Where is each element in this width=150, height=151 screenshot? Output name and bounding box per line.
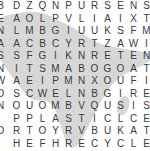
grid-cell[interactable]: O xyxy=(36,125,49,138)
grid-cell[interactable]: U xyxy=(75,0,88,13)
grid-cell[interactable]: F xyxy=(127,75,140,88)
grid-cell[interactable]: T xyxy=(88,38,101,51)
grid-cell[interactable]: A xyxy=(62,63,75,76)
grid-cell[interactable]: R xyxy=(127,88,140,101)
grid-cell[interactable]: P xyxy=(62,0,75,13)
grid-cell-clipped[interactable]: N xyxy=(0,25,7,38)
grid-cell[interactable]: A xyxy=(10,38,23,51)
grid-cell[interactable]: M xyxy=(49,100,62,113)
grid-cell[interactable]: I xyxy=(88,113,101,126)
grid-cell[interactable]: U xyxy=(88,25,101,38)
grid-cell[interactable]: I xyxy=(88,13,101,26)
grid-cell[interactable]: K xyxy=(101,25,114,38)
grid-cell[interactable]: B xyxy=(75,63,88,76)
grid-cell[interactable]: O xyxy=(23,13,36,26)
grid-cell[interactable]: V xyxy=(75,125,88,138)
grid-cell[interactable]: B xyxy=(88,125,101,138)
grid-cell[interactable]: X xyxy=(88,75,101,88)
grid-cell[interactable]: W xyxy=(127,38,140,51)
grid-cell[interactable]: B xyxy=(36,25,49,38)
grid-cell[interactable]: E xyxy=(101,50,114,63)
grid-cell[interactable]: E xyxy=(49,88,62,101)
grid-cell[interactable]: S xyxy=(62,113,75,126)
grid-cell[interactable]: C xyxy=(114,138,127,151)
grid-cell[interactable]: M xyxy=(23,25,36,38)
grid-cell[interactable]: A xyxy=(10,75,23,88)
grid-cell[interactable]: P xyxy=(10,113,23,126)
grid-cell[interactable]: S xyxy=(140,100,150,113)
grid-cell[interactable]: A xyxy=(49,113,62,126)
grid-cell[interactable]: I xyxy=(140,75,150,88)
grid-cell[interactable]: B xyxy=(36,38,49,51)
grid-cell[interactable]: S xyxy=(114,100,127,113)
grid-cell[interactable]: A xyxy=(127,63,140,76)
grid-cell[interactable]: H xyxy=(10,138,23,151)
grid-cell[interactable]: C xyxy=(23,38,36,51)
grid-cell[interactable]: U xyxy=(75,25,88,38)
grid-cell[interactable]: R xyxy=(10,125,23,138)
grid-cell[interactable]: Y xyxy=(62,38,75,51)
grid-cell[interactable]: C xyxy=(101,113,114,126)
grid-cell-clipped[interactable]: N xyxy=(0,63,7,76)
grid-cell[interactable]: G xyxy=(101,63,114,76)
grid-cell[interactable]: E xyxy=(140,88,150,101)
grid-cell[interactable]: G xyxy=(101,88,114,101)
grid-cell-clipped[interactable]: B xyxy=(0,0,7,13)
grid-cell[interactable]: Y xyxy=(49,125,62,138)
grid-cell[interactable]: I xyxy=(36,75,49,88)
grid-cell[interactable]: K xyxy=(114,125,127,138)
grid-cell[interactable]: A xyxy=(10,13,23,26)
grid-cell[interactable]: L xyxy=(127,138,140,151)
grid-cell[interactable]: B xyxy=(62,100,75,113)
grid-cell[interactable]: I xyxy=(114,88,127,101)
grid-cell[interactable]: R xyxy=(62,138,75,151)
grid-cell[interactable]: S xyxy=(101,0,114,13)
grid-cell[interactable]: U xyxy=(101,100,114,113)
grid-cell[interactable]: E xyxy=(140,113,150,126)
grid-cell[interactable]: T xyxy=(140,63,150,76)
grid-cell[interactable]: G xyxy=(36,50,49,63)
grid-cell[interactable]: A xyxy=(114,38,127,51)
grid-cell[interactable]: H xyxy=(49,138,62,151)
grid-cell[interactable]: N xyxy=(75,75,88,88)
grid-cell[interactable]: S xyxy=(36,63,49,76)
grid-cell[interactable]: O xyxy=(101,75,114,88)
clipped-left-column: BENASNWONO xyxy=(0,0,7,150)
grid-cell[interactable]: L xyxy=(114,113,127,126)
grid-cell[interactable]: E xyxy=(140,138,150,151)
grid-cell-clipped[interactable]: W xyxy=(0,75,7,88)
grid-cell[interactable]: I xyxy=(140,38,150,51)
grid-cell[interactable]: R xyxy=(88,50,101,63)
grid-cell[interactable]: I xyxy=(10,63,23,76)
grid-cell-clipped[interactable]: N xyxy=(0,100,7,113)
grid-cell[interactable]: T xyxy=(114,50,127,63)
grid-cell[interactable]: Q xyxy=(36,0,49,13)
grid-cell[interactable]: L xyxy=(75,13,88,26)
grid-cell[interactable]: C xyxy=(23,88,36,101)
grid-cell[interactable]: L xyxy=(36,113,49,126)
grid-cell-clipped[interactable] xyxy=(0,113,7,126)
grid-cell[interactable]: R xyxy=(62,125,75,138)
grid-cell[interactable]: O xyxy=(114,63,127,76)
grid-cell[interactable]: S xyxy=(140,0,150,13)
grid-cell[interactable]: P xyxy=(49,75,62,88)
grid-cell[interactable]: O xyxy=(10,100,23,113)
grid-cell[interactable]: S xyxy=(114,25,127,38)
grid-cell[interactable]: T xyxy=(140,13,150,26)
grid-cell[interactable]: M xyxy=(140,25,150,38)
grid-cell[interactable]: I xyxy=(114,13,127,26)
grid-cell[interactable]: E xyxy=(75,138,88,151)
grid-cell[interactable]: N xyxy=(75,50,88,63)
grid-cell-clipped[interactable]: S xyxy=(0,50,7,63)
grid-cell[interactable]: P xyxy=(23,113,36,126)
grid-cell[interactable]: R xyxy=(75,38,88,51)
grid-cell[interactable]: I xyxy=(49,50,62,63)
grid-cell[interactable]: N xyxy=(49,0,62,13)
grid-cell[interactable]: F xyxy=(23,50,36,63)
grid-cell[interactable]: S xyxy=(10,88,23,101)
grid-cell[interactable]: W xyxy=(36,88,49,101)
grid-cell[interactable]: M xyxy=(62,75,75,88)
grid-cell[interactable]: T xyxy=(23,125,36,138)
grid-cell[interactable]: F xyxy=(36,138,49,151)
grid-cell[interactable]: T xyxy=(75,113,88,126)
grid-cell[interactable]: P xyxy=(49,13,62,26)
grid-cell[interactable]: C xyxy=(88,138,101,151)
grid-cell[interactable]: R xyxy=(88,0,101,13)
grid-cell[interactable]: L xyxy=(10,25,23,38)
grid-cell[interactable]: Y xyxy=(101,138,114,151)
grid-cell[interactable]: E xyxy=(127,50,140,63)
grid-cell[interactable]: N xyxy=(140,50,150,63)
grid-cell[interactable]: U xyxy=(101,125,114,138)
grid-cell[interactable]: X xyxy=(127,13,140,26)
grid-cell[interactable]: C xyxy=(127,113,140,126)
word-search-board: BENASNWONO DZQNPURSENSAOLPVLIAIXTLMBGIUU… xyxy=(0,0,150,150)
grid-cell[interactable]: I xyxy=(127,100,140,113)
grid-cell[interactable]: E xyxy=(23,75,36,88)
grid-cell[interactable]: U xyxy=(23,100,36,113)
grid-cell[interactable]: T xyxy=(140,125,150,138)
grid-cell[interactable]: V xyxy=(62,13,75,26)
grid-cell[interactable]: M xyxy=(49,63,62,76)
grid-cell[interactable]: V xyxy=(75,100,88,113)
grid-cell[interactable]: E xyxy=(23,138,36,151)
grid-cell[interactable]: C xyxy=(49,38,62,51)
grid-cell[interactable]: D xyxy=(10,0,23,13)
letter-grid: DZQNPURSENSAOLPVLIAIXTLMBGIUUKSFMACBCYRT… xyxy=(10,0,150,150)
grid-cell[interactable]: S xyxy=(10,50,23,63)
grid-cell[interactable]: B xyxy=(88,88,101,101)
grid-cell-clipped[interactable]: O xyxy=(0,125,7,138)
grid-cell[interactable]: A xyxy=(127,125,140,138)
grid-cell[interactable]: I xyxy=(62,25,75,38)
grid-cell[interactable]: K xyxy=(62,50,75,63)
grid-cell[interactable]: T xyxy=(23,63,36,76)
grid-cell[interactable]: O xyxy=(88,63,101,76)
grid-cell-clipped[interactable]: O xyxy=(0,88,7,101)
grid-cell[interactable]: U xyxy=(114,75,127,88)
grid-cell[interactable]: Z xyxy=(101,38,114,51)
grid-cell[interactable]: N xyxy=(127,0,140,13)
grid-cell[interactable]: Q xyxy=(88,100,101,113)
grid-cell-clipped[interactable]: E xyxy=(0,13,7,26)
grid-cell[interactable]: A xyxy=(101,13,114,26)
grid-cell[interactable]: G xyxy=(49,25,62,38)
grid-cell-clipped[interactable]: A xyxy=(0,38,7,51)
grid-cell[interactable]: Z xyxy=(23,0,36,13)
grid-cell[interactable]: L xyxy=(36,13,49,26)
grid-cell[interactable]: E xyxy=(114,0,127,13)
grid-cell-clipped[interactable] xyxy=(0,138,7,151)
grid-cell[interactable]: F xyxy=(127,25,140,38)
grid-cell[interactable]: N xyxy=(75,88,88,101)
grid-cell[interactable]: O xyxy=(36,100,49,113)
grid-cell[interactable]: L xyxy=(62,88,75,101)
